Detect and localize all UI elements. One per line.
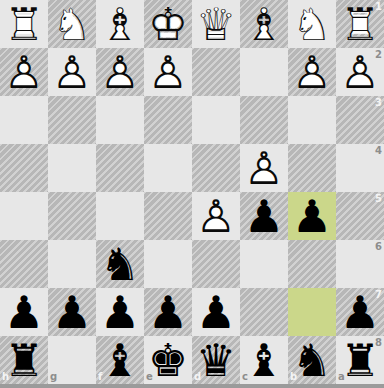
white-rook[interactable]: ♜♖ <box>0 0 48 48</box>
black-pawn[interactable]: ♟ <box>288 192 336 240</box>
rank-label-6: 6 <box>375 242 382 252</box>
black-pawn[interactable]: ♟ <box>96 288 144 336</box>
black-pawn[interactable]: ♟ <box>336 288 384 336</box>
piece-glyph: ♙ <box>336 48 384 96</box>
square-h6[interactable] <box>0 240 48 288</box>
square-f4[interactable] <box>96 144 144 192</box>
piece-glyph: ♜ <box>0 336 48 384</box>
white-pawn[interactable]: ♟♙ <box>0 48 48 96</box>
square-f3[interactable] <box>96 96 144 144</box>
white-pawn[interactable]: ♟♙ <box>192 192 240 240</box>
white-knight[interactable]: ♞♘ <box>48 0 96 48</box>
piece-glyph: ♟ <box>240 192 288 240</box>
piece-glyph: ♟ <box>144 288 192 336</box>
chess-board-stage: ♜♖♞♘♝♗♚♔♛♕♝♗♞♘♜♖1♟♙♟♙♟♙♟♙♟♙♟♙23♟♙4♟♙♟♟5♞… <box>0 0 384 388</box>
piece-glyph: ♔ <box>144 0 192 48</box>
white-knight[interactable]: ♞♘ <box>288 0 336 48</box>
white-king[interactable]: ♚♔ <box>144 0 192 48</box>
board-bottom-edge <box>0 384 384 388</box>
black-bishop[interactable]: ♝ <box>96 336 144 384</box>
rank-label-3: 3 <box>375 98 382 108</box>
black-rook[interactable]: ♜ <box>0 336 48 384</box>
square-h1[interactable]: ♜♖ <box>0 0 48 48</box>
square-e3[interactable] <box>144 96 192 144</box>
square-f8[interactable]: ♝f <box>96 336 144 384</box>
piece-glyph: ♟ <box>48 288 96 336</box>
piece-glyph: ♙ <box>0 48 48 96</box>
piece-glyph: ♞ <box>288 336 336 384</box>
square-c8[interactable]: ♝c <box>240 336 288 384</box>
piece-glyph: ♚ <box>144 336 192 384</box>
square-e7[interactable]: ♟ <box>144 288 192 336</box>
black-bishop[interactable]: ♝ <box>240 336 288 384</box>
piece-glyph: ♟ <box>288 192 336 240</box>
piece-glyph: ♟ <box>0 288 48 336</box>
square-g6[interactable] <box>48 240 96 288</box>
white-queen[interactable]: ♛♕ <box>192 0 240 48</box>
white-rook[interactable]: ♜♖ <box>336 0 384 48</box>
white-bishop[interactable]: ♝♗ <box>240 0 288 48</box>
square-h7[interactable]: ♟ <box>0 288 48 336</box>
piece-glyph: ♗ <box>96 0 144 48</box>
piece-glyph: ♙ <box>144 48 192 96</box>
piece-glyph: ♕ <box>192 0 240 48</box>
square-d4[interactable] <box>192 144 240 192</box>
square-d5[interactable]: ♟♙ <box>192 192 240 240</box>
black-knight[interactable]: ♞ <box>96 240 144 288</box>
square-b8[interactable]: ♞b <box>288 336 336 384</box>
piece-glyph: ♟ <box>336 288 384 336</box>
square-d2[interactable] <box>192 48 240 96</box>
black-pawn[interactable]: ♟ <box>0 288 48 336</box>
square-c5[interactable]: ♟ <box>240 192 288 240</box>
square-f5[interactable] <box>96 192 144 240</box>
piece-glyph: ♖ <box>0 0 48 48</box>
piece-glyph: ♙ <box>192 192 240 240</box>
square-a6[interactable]: 6 <box>336 240 384 288</box>
square-f7[interactable]: ♟ <box>96 288 144 336</box>
piece-glyph: ♘ <box>288 0 336 48</box>
square-h3[interactable] <box>0 96 48 144</box>
black-queen[interactable]: ♛ <box>192 336 240 384</box>
square-d7[interactable]: ♟ <box>192 288 240 336</box>
square-d6[interactable] <box>192 240 240 288</box>
square-d3[interactable] <box>192 96 240 144</box>
square-c3[interactable] <box>240 96 288 144</box>
black-pawn[interactable]: ♟ <box>192 288 240 336</box>
chess-board: ♜♖♞♘♝♗♚♔♛♕♝♗♞♘♜♖1♟♙♟♙♟♙♟♙♟♙♟♙23♟♙4♟♙♟♟5♞… <box>0 0 384 384</box>
square-g4[interactable] <box>48 144 96 192</box>
piece-glyph: ♖ <box>336 0 384 48</box>
square-e6[interactable] <box>144 240 192 288</box>
white-pawn[interactable]: ♟♙ <box>96 48 144 96</box>
piece-glyph: ♝ <box>240 336 288 384</box>
piece-glyph: ♜ <box>336 336 384 384</box>
white-pawn[interactable]: ♟♙ <box>48 48 96 96</box>
square-g1[interactable]: ♞♘ <box>48 0 96 48</box>
square-g7[interactable]: ♟ <box>48 288 96 336</box>
black-rook[interactable]: ♜ <box>336 336 384 384</box>
square-a2[interactable]: ♟♙2 <box>336 48 384 96</box>
square-h8[interactable]: ♜h <box>0 336 48 384</box>
piece-glyph: ♛ <box>192 336 240 384</box>
square-d1[interactable]: ♛♕ <box>192 0 240 48</box>
piece-glyph: ♝ <box>96 336 144 384</box>
square-d8[interactable]: ♛d <box>192 336 240 384</box>
square-g2[interactable]: ♟♙ <box>48 48 96 96</box>
white-pawn[interactable]: ♟♙ <box>144 48 192 96</box>
square-b7[interactable] <box>288 288 336 336</box>
square-e5[interactable] <box>144 192 192 240</box>
piece-glyph: ♘ <box>48 0 96 48</box>
piece-glyph: ♟ <box>96 288 144 336</box>
square-b4[interactable] <box>288 144 336 192</box>
square-g3[interactable] <box>48 96 96 144</box>
square-a5[interactable]: 5 <box>336 192 384 240</box>
rank-label-5: 5 <box>375 194 382 204</box>
square-a1[interactable]: ♜♖1 <box>336 0 384 48</box>
square-c1[interactable]: ♝♗ <box>240 0 288 48</box>
square-b5[interactable]: ♟ <box>288 192 336 240</box>
black-king[interactable]: ♚ <box>144 336 192 384</box>
square-e2[interactable]: ♟♙ <box>144 48 192 96</box>
square-a8[interactable]: ♜8a <box>336 336 384 384</box>
square-e1[interactable]: ♚♔ <box>144 0 192 48</box>
white-pawn[interactable]: ♟♙ <box>240 144 288 192</box>
square-h2[interactable]: ♟♙ <box>0 48 48 96</box>
piece-glyph: ♟ <box>192 288 240 336</box>
square-b3[interactable] <box>288 96 336 144</box>
square-b1[interactable]: ♞♘ <box>288 0 336 48</box>
square-f2[interactable]: ♟♙ <box>96 48 144 96</box>
square-b2[interactable]: ♟♙ <box>288 48 336 96</box>
square-c7[interactable] <box>240 288 288 336</box>
black-pawn[interactable]: ♟ <box>240 192 288 240</box>
piece-glyph: ♙ <box>240 144 288 192</box>
square-h5[interactable] <box>0 192 48 240</box>
piece-glyph: ♙ <box>48 48 96 96</box>
square-h4[interactable] <box>0 144 48 192</box>
square-c6[interactable] <box>240 240 288 288</box>
white-pawn[interactable]: ♟♙ <box>336 48 384 96</box>
square-a3[interactable]: 3 <box>336 96 384 144</box>
square-a4[interactable]: 4 <box>336 144 384 192</box>
square-g8[interactable]: g <box>48 336 96 384</box>
piece-glyph: ♗ <box>240 0 288 48</box>
white-bishop[interactable]: ♝♗ <box>96 0 144 48</box>
square-c4[interactable]: ♟♙ <box>240 144 288 192</box>
square-e4[interactable] <box>144 144 192 192</box>
piece-glyph: ♙ <box>96 48 144 96</box>
black-pawn[interactable]: ♟ <box>48 288 96 336</box>
square-g5[interactable] <box>48 192 96 240</box>
square-f6[interactable]: ♞ <box>96 240 144 288</box>
square-b6[interactable] <box>288 240 336 288</box>
square-c2[interactable] <box>240 48 288 96</box>
rank-label-4: 4 <box>375 146 382 156</box>
square-a7[interactable]: ♟7 <box>336 288 384 336</box>
file-label-g: g <box>50 372 57 382</box>
square-f1[interactable]: ♝♗ <box>96 0 144 48</box>
black-pawn[interactable]: ♟ <box>144 288 192 336</box>
piece-glyph: ♞ <box>96 240 144 288</box>
square-e8[interactable]: ♚e <box>144 336 192 384</box>
black-knight[interactable]: ♞ <box>288 336 336 384</box>
piece-glyph: ♙ <box>288 48 336 96</box>
white-pawn[interactable]: ♟♙ <box>288 48 336 96</box>
